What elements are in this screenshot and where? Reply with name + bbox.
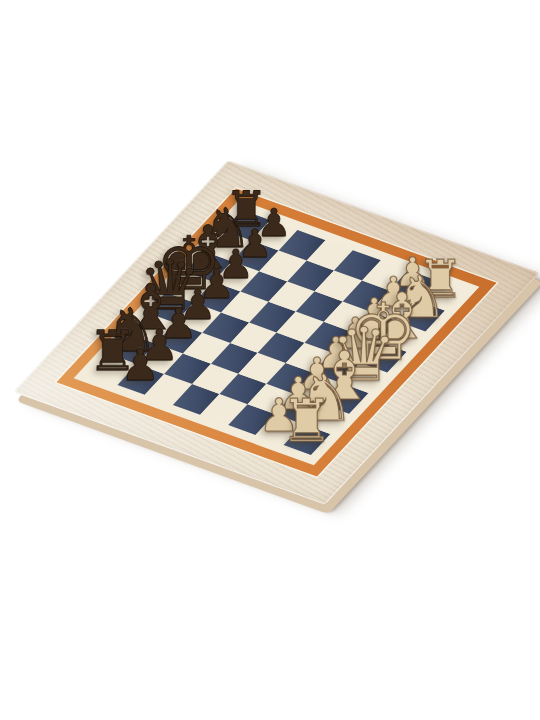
photo-background: ♜♞♝♛♚♝♞♜♟♟♟♟♟♟♟♟♟♟♟♟♟♟♟♟♜♞♝♛♚♝♞♜ [0,0,540,720]
piece-black-pawn-a7[interactable]: ♟ [121,344,160,388]
piece-white-rook-a1[interactable]: ♜ [280,392,333,451]
